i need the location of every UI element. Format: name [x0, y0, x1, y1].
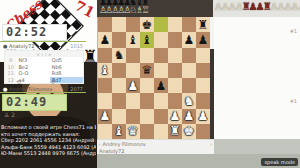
player-black-rating: 1015	[70, 43, 83, 49]
black-p-piece[interactable]: ♟	[182, 32, 196, 47]
square-f3[interactable]	[168, 93, 182, 108]
white-p-piece[interactable]: ♟	[182, 109, 196, 124]
square-b3[interactable]	[112, 93, 126, 108]
caption-line: Вспомнил о своей игре Chess71 на Бусти д…	[1, 124, 96, 131]
black-q-piece[interactable]: ♛	[140, 63, 154, 78]
square-c8[interactable]	[126, 17, 140, 32]
material-advantage: ♙ 2	[4, 111, 15, 118]
captured-pieces-tray-right: ♙♙♙♙♜♟♟♜♙♙♙♙♙	[213, 0, 300, 17]
square-g1[interactable]: ♚	[182, 124, 196, 139]
square-h3[interactable]	[196, 93, 210, 108]
black-p-piece[interactable]: ♟	[154, 78, 168, 93]
square-d4[interactable]	[140, 78, 154, 93]
square-g5[interactable]	[182, 63, 196, 78]
divider-bottom	[0, 92, 86, 93]
square-f6[interactable]	[168, 48, 182, 63]
square-a3[interactable]	[98, 93, 112, 108]
square-f8[interactable]	[168, 17, 182, 32]
square-b6[interactable]: ♞	[112, 48, 126, 63]
square-c5[interactable]	[126, 63, 140, 78]
square-b5[interactable]	[112, 63, 126, 78]
white-p-piece[interactable]: ♟	[196, 109, 210, 124]
square-e1[interactable]	[154, 124, 168, 139]
square-f2[interactable]: ♟	[168, 109, 182, 124]
square-e2[interactable]	[154, 109, 168, 124]
square-b8[interactable]	[112, 17, 126, 32]
square-f4[interactable]	[168, 78, 182, 93]
square-f1[interactable]: ♜	[168, 124, 182, 139]
square-d1[interactable]	[140, 124, 154, 139]
square-a2[interactable]: ♟	[98, 109, 112, 124]
square-b1[interactable]: ♝	[112, 124, 126, 139]
square-f7[interactable]	[168, 32, 182, 47]
square-e5[interactable]	[154, 63, 168, 78]
clock-black: 02:52	[2, 24, 67, 41]
square-h1[interactable]	[196, 124, 210, 139]
square-a4[interactable]	[98, 78, 112, 93]
square-h6[interactable]	[196, 48, 210, 63]
caption-line: Сбер 2202 2061 4556 1234 (Андрей М)	[1, 137, 96, 144]
captured-dark-group: ♜♟♟♜	[242, 1, 270, 12]
white-n-piece[interactable]: ♞	[182, 93, 196, 108]
square-g7[interactable]: ♟	[182, 32, 196, 47]
square-h4[interactable]	[196, 78, 210, 93]
square-h8[interactable]: ♜	[196, 17, 210, 32]
square-h7[interactable]: ♟	[196, 32, 210, 47]
square-d7[interactable]: ♝	[140, 32, 154, 47]
white-k-piece[interactable]: ♚	[182, 124, 196, 139]
square-a7[interactable]: ♟	[98, 32, 112, 47]
square-f5[interactable]	[168, 63, 182, 78]
square-c2[interactable]	[126, 109, 140, 124]
square-c3[interactable]	[126, 93, 140, 108]
square-h2[interactable]: ♟	[196, 109, 210, 124]
divider-top	[0, 41, 86, 42]
square-c7[interactable]: ♝	[126, 32, 140, 47]
white-q-piece[interactable]: ♛	[126, 124, 140, 139]
player-row-black[interactable]: ● Anatoly72 1015	[3, 43, 83, 49]
captured-white-group-1: ♙♙♙♙	[214, 1, 242, 12]
chess-board[interactable]: ♚♜♟♝♝♟♟♞♝♛♟♟♞♟♟♟♟♝♛♜♚	[98, 17, 210, 139]
square-b4[interactable]	[112, 78, 126, 93]
black-side-dot-icon: ●	[3, 43, 7, 49]
square-g4[interactable]	[182, 78, 196, 93]
black-b-piece[interactable]: ♝	[140, 32, 154, 47]
next-game-arrow-icon[interactable]: ›	[210, 141, 212, 147]
square-e6[interactable]	[154, 48, 168, 63]
game-switch-row-1[interactable]: ‹ Andrey Filimonov ›	[99, 141, 212, 147]
square-d6[interactable]	[140, 48, 154, 63]
square-d2[interactable]	[140, 109, 154, 124]
captured-white-pieces: ♙♙♙♙♙♘♗♖	[99, 5, 148, 15]
square-c1[interactable]: ♛	[126, 124, 140, 139]
white-b-piece[interactable]: ♝	[98, 63, 112, 78]
square-g6[interactable]	[182, 48, 196, 63]
square-a5[interactable]: ♝	[98, 63, 112, 78]
square-g2[interactable]: ♟	[182, 109, 196, 124]
square-d3[interactable]	[140, 93, 154, 108]
square-d8[interactable]: ♚	[140, 17, 154, 32]
square-c4[interactable]: ♟	[126, 78, 140, 93]
square-h5[interactable]	[196, 63, 210, 78]
nav-player-name-1[interactable]: Andrey Filimonov	[103, 141, 146, 147]
square-a8[interactable]	[98, 17, 112, 32]
square-g3[interactable]: ♞	[182, 93, 196, 108]
square-c6[interactable]	[126, 48, 140, 63]
speak-mode-badge: speak mode	[261, 158, 298, 166]
black-r-piece[interactable]: ♜	[196, 17, 210, 32]
captured-white-group-2: ♙♙♙♙♙	[270, 1, 300, 12]
square-d5[interactable]: ♛	[140, 63, 154, 78]
square-e4[interactable]: ♟	[154, 78, 168, 93]
black-n-piece[interactable]: ♞	[112, 48, 126, 63]
clock-black-tag: #1	[290, 28, 297, 34]
black-p-piece[interactable]: ♟	[196, 32, 210, 47]
white-b-piece[interactable]: ♝	[112, 124, 126, 139]
white-p-piece[interactable]: ♟	[98, 109, 112, 124]
square-a1[interactable]	[98, 124, 112, 139]
white-r-piece[interactable]: ♜	[168, 124, 182, 139]
prev-game-arrow-icon[interactable]: ‹	[99, 141, 101, 147]
analysis-panel	[214, 17, 300, 139]
square-e7[interactable]	[154, 32, 168, 47]
game-switch-bar: ‹ Andrey Filimonov › Anatoly72	[97, 139, 214, 155]
clock-white-tag: #1	[290, 98, 297, 104]
player-black-name[interactable]: Anatoly72	[9, 43, 34, 49]
donation-caption: Вспомнил о своей игре Chess71 на Бусти д…	[1, 124, 96, 157]
square-a6[interactable]	[98, 48, 112, 63]
clock-white-active: 02:49	[2, 94, 67, 111]
black-p-piece[interactable]: ♟	[98, 32, 112, 47]
square-b2[interactable]	[112, 109, 126, 124]
square-b7[interactable]	[112, 32, 126, 47]
square-e3[interactable]	[154, 93, 168, 108]
captured-pieces-tray-left: ♟♟♟♟♟♞♝♜ ♙♙♙♙♙♘♗♖	[97, 0, 213, 17]
caption-line: Ю-Мани 5513 2448 9979 6675 (Андрей М)	[1, 150, 96, 157]
white-p-piece[interactable]: ♟	[126, 78, 140, 93]
black-b-piece[interactable]: ♝	[126, 32, 140, 47]
captured-pieces-row: ♙♙♙♙♜♟♟♜♙♙♙♙♙	[214, 1, 300, 12]
square-e8[interactable]	[154, 17, 168, 32]
move-nav-buttons[interactable]: ⟲ ⟳	[4, 78, 82, 85]
white-p-piece[interactable]: ♟	[168, 109, 182, 124]
black-k-piece[interactable]: ♚	[140, 17, 154, 32]
square-g8[interactable]	[182, 17, 196, 32]
